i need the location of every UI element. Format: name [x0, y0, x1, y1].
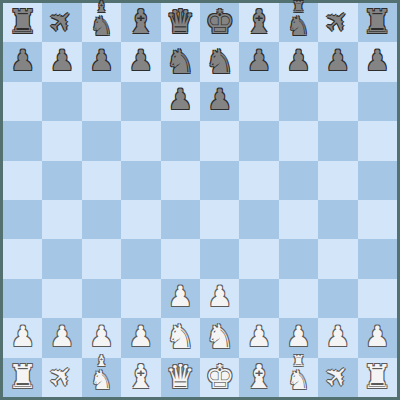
square-j7[interactable]: [358, 121, 397, 160]
board-frame: ♜✈♞♝♝♛♚♝♞♜✈♜♟♟♟♟♞♞♟♟♟♟♟♟♟♟♟♟♟♟♞♞♟♟♟♟♜✈♞♝…: [0, 0, 400, 400]
square-d5[interactable]: [121, 200, 160, 239]
black-pawn[interactable]: ♟: [365, 47, 390, 75]
black-pawn[interactable]: ♟: [50, 47, 75, 75]
chancellor-badge-icon: ♜: [292, 354, 305, 369]
square-b1[interactable]: ✈: [42, 358, 81, 397]
square-b9[interactable]: ♟: [42, 42, 81, 81]
white-queen[interactable]: ♛: [166, 360, 196, 393]
square-a5[interactable]: [3, 200, 42, 239]
white-knight[interactable]: ♞: [205, 320, 235, 353]
square-g3[interactable]: [239, 279, 278, 318]
square-e1[interactable]: ♛: [161, 358, 200, 397]
square-i6[interactable]: [318, 161, 357, 200]
black-pawn[interactable]: ♟: [168, 86, 193, 114]
square-c10[interactable]: ♞♝: [82, 3, 121, 42]
square-i7[interactable]: [318, 121, 357, 160]
white-pawn[interactable]: ♟: [128, 323, 153, 351]
square-j9[interactable]: ♟: [358, 42, 397, 81]
square-c4[interactable]: [82, 239, 121, 278]
square-c3[interactable]: [82, 279, 121, 318]
white-airplane[interactable]: ✈: [318, 358, 356, 396]
white-pawn[interactable]: ♟: [10, 323, 35, 351]
square-e6[interactable]: [161, 161, 200, 200]
square-g9[interactable]: ♟: [239, 42, 278, 81]
square-e3[interactable]: ♟: [161, 279, 200, 318]
square-f10[interactable]: ♚: [200, 3, 239, 42]
square-j6[interactable]: [358, 161, 397, 200]
square-a1[interactable]: ♜: [3, 358, 42, 397]
chancellor-badge-icon: ♜: [292, 0, 305, 15]
white-pawn[interactable]: ♟: [365, 323, 390, 351]
white-pawn[interactable]: ♟: [50, 323, 75, 351]
square-g6[interactable]: [239, 161, 278, 200]
black-airplane[interactable]: ✈: [43, 3, 81, 41]
white-rook[interactable]: ♜: [363, 360, 393, 393]
square-h5[interactable]: [279, 200, 318, 239]
square-g8[interactable]: [239, 82, 278, 121]
square-b5[interactable]: [42, 200, 81, 239]
square-d10[interactable]: ♝: [121, 3, 160, 42]
square-g4[interactable]: [239, 239, 278, 278]
black-pawn[interactable]: ♟: [286, 47, 311, 75]
square-i3[interactable]: [318, 279, 357, 318]
chess-board: ♜✈♞♝♝♛♚♝♞♜✈♜♟♟♟♟♞♞♟♟♟♟♟♟♟♟♟♟♟♟♞♞♟♟♟♟♜✈♞♝…: [3, 3, 397, 397]
white-pawn[interactable]: ♟: [89, 323, 114, 351]
square-c9[interactable]: ♟: [82, 42, 121, 81]
black-pawn[interactable]: ♟: [128, 47, 153, 75]
square-d8[interactable]: [121, 82, 160, 121]
white-pawn[interactable]: ♟: [168, 283, 193, 311]
square-e8[interactable]: ♟: [161, 82, 200, 121]
white-chancellor[interactable]: ♞♜: [287, 367, 310, 393]
square-a10[interactable]: ♜: [3, 3, 42, 42]
black-knight[interactable]: ♞: [166, 45, 196, 78]
white-pawn[interactable]: ♟: [286, 323, 311, 351]
square-c7[interactable]: [82, 121, 121, 160]
square-f1[interactable]: ♚: [200, 358, 239, 397]
black-pawn[interactable]: ♟: [247, 47, 272, 75]
square-j2[interactable]: ♟: [358, 318, 397, 357]
square-e7[interactable]: [161, 121, 200, 160]
square-a4[interactable]: [3, 239, 42, 278]
black-chancellor[interactable]: ♞♜: [287, 13, 310, 39]
black-bishop[interactable]: ♝: [126, 5, 156, 38]
white-pawn[interactable]: ♟: [247, 323, 272, 351]
square-i10[interactable]: ✈: [318, 3, 357, 42]
black-rook[interactable]: ♜: [363, 5, 393, 38]
square-d7[interactable]: [121, 121, 160, 160]
square-i2[interactable]: ♟: [318, 318, 357, 357]
square-c8[interactable]: [82, 82, 121, 121]
square-h9[interactable]: ♟: [279, 42, 318, 81]
black-pawn[interactable]: ♟: [10, 47, 35, 75]
square-g7[interactable]: [239, 121, 278, 160]
square-h3[interactable]: [279, 279, 318, 318]
square-e2[interactable]: ♞: [161, 318, 200, 357]
square-a3[interactable]: [3, 279, 42, 318]
square-i5[interactable]: [318, 200, 357, 239]
square-f5[interactable]: [200, 200, 239, 239]
square-g1[interactable]: ♝: [239, 358, 278, 397]
square-b10[interactable]: ✈: [42, 3, 81, 42]
square-h8[interactable]: [279, 82, 318, 121]
square-e4[interactable]: [161, 239, 200, 278]
square-d2[interactable]: ♟: [121, 318, 160, 357]
white-archbishop[interactable]: ♞♝: [90, 367, 113, 393]
black-rook[interactable]: ♜: [8, 5, 38, 38]
square-j3[interactable]: [358, 279, 397, 318]
square-d4[interactable]: [121, 239, 160, 278]
square-a7[interactable]: [3, 121, 42, 160]
square-g2[interactable]: ♟: [239, 318, 278, 357]
black-archbishop[interactable]: ♞♝: [90, 13, 113, 39]
square-j1[interactable]: ♜: [358, 358, 397, 397]
square-e10[interactable]: ♛: [161, 3, 200, 42]
square-i4[interactable]: [318, 239, 357, 278]
square-j8[interactable]: [358, 82, 397, 121]
black-king[interactable]: ♚: [205, 5, 235, 38]
white-king[interactable]: ♚: [205, 360, 235, 393]
square-b6[interactable]: [42, 161, 81, 200]
square-d3[interactable]: [121, 279, 160, 318]
square-d6[interactable]: [121, 161, 160, 200]
square-b8[interactable]: [42, 82, 81, 121]
square-h1[interactable]: ♞♜: [279, 358, 318, 397]
square-e5[interactable]: [161, 200, 200, 239]
square-b3[interactable]: [42, 279, 81, 318]
square-b4[interactable]: [42, 239, 81, 278]
square-j10[interactable]: ♜: [358, 3, 397, 42]
square-c5[interactable]: [82, 200, 121, 239]
white-bishop[interactable]: ♝: [244, 360, 274, 393]
white-knight[interactable]: ♞: [166, 320, 196, 353]
square-b7[interactable]: [42, 121, 81, 160]
white-bishop[interactable]: ♝: [126, 360, 156, 393]
white-pawn[interactable]: ♟: [325, 323, 350, 351]
black-pawn[interactable]: ♟: [325, 47, 350, 75]
square-i9[interactable]: ♟: [318, 42, 357, 81]
square-c1[interactable]: ♞♝: [82, 358, 121, 397]
square-e9[interactable]: ♞: [161, 42, 200, 81]
white-rook[interactable]: ♜: [8, 360, 38, 393]
square-j4[interactable]: [358, 239, 397, 278]
square-f9[interactable]: ♞: [200, 42, 239, 81]
black-pawn[interactable]: ♟: [89, 47, 114, 75]
white-airplane[interactable]: ✈: [43, 358, 81, 396]
black-queen[interactable]: ♛: [166, 5, 196, 38]
square-c6[interactable]: [82, 161, 121, 200]
square-h10[interactable]: ♞♜: [279, 3, 318, 42]
square-a6[interactable]: [3, 161, 42, 200]
square-d1[interactable]: ♝: [121, 358, 160, 397]
square-a2[interactable]: ♟: [3, 318, 42, 357]
square-f6[interactable]: [200, 161, 239, 200]
square-a8[interactable]: [3, 82, 42, 121]
archbishop-badge-icon: ♝: [95, 0, 108, 15]
archbishop-badge-icon: ♝: [95, 354, 108, 369]
square-f8[interactable]: ♟: [200, 82, 239, 121]
white-pawn[interactable]: ♟: [207, 283, 232, 311]
square-f7[interactable]: [200, 121, 239, 160]
square-a9[interactable]: ♟: [3, 42, 42, 81]
black-pawn[interactable]: ♟: [207, 86, 232, 114]
square-f4[interactable]: [200, 239, 239, 278]
square-b2[interactable]: ♟: [42, 318, 81, 357]
square-i8[interactable]: [318, 82, 357, 121]
square-h4[interactable]: [279, 239, 318, 278]
square-g5[interactable]: [239, 200, 278, 239]
square-g10[interactable]: ♝: [239, 3, 278, 42]
black-bishop[interactable]: ♝: [244, 5, 274, 38]
square-f2[interactable]: ♞: [200, 318, 239, 357]
black-knight[interactable]: ♞: [205, 45, 235, 78]
square-d9[interactable]: ♟: [121, 42, 160, 81]
square-h6[interactable]: [279, 161, 318, 200]
square-f3[interactable]: ♟: [200, 279, 239, 318]
square-h7[interactable]: [279, 121, 318, 160]
square-j5[interactable]: [358, 200, 397, 239]
square-i1[interactable]: ✈: [318, 358, 357, 397]
black-airplane[interactable]: ✈: [318, 3, 356, 41]
